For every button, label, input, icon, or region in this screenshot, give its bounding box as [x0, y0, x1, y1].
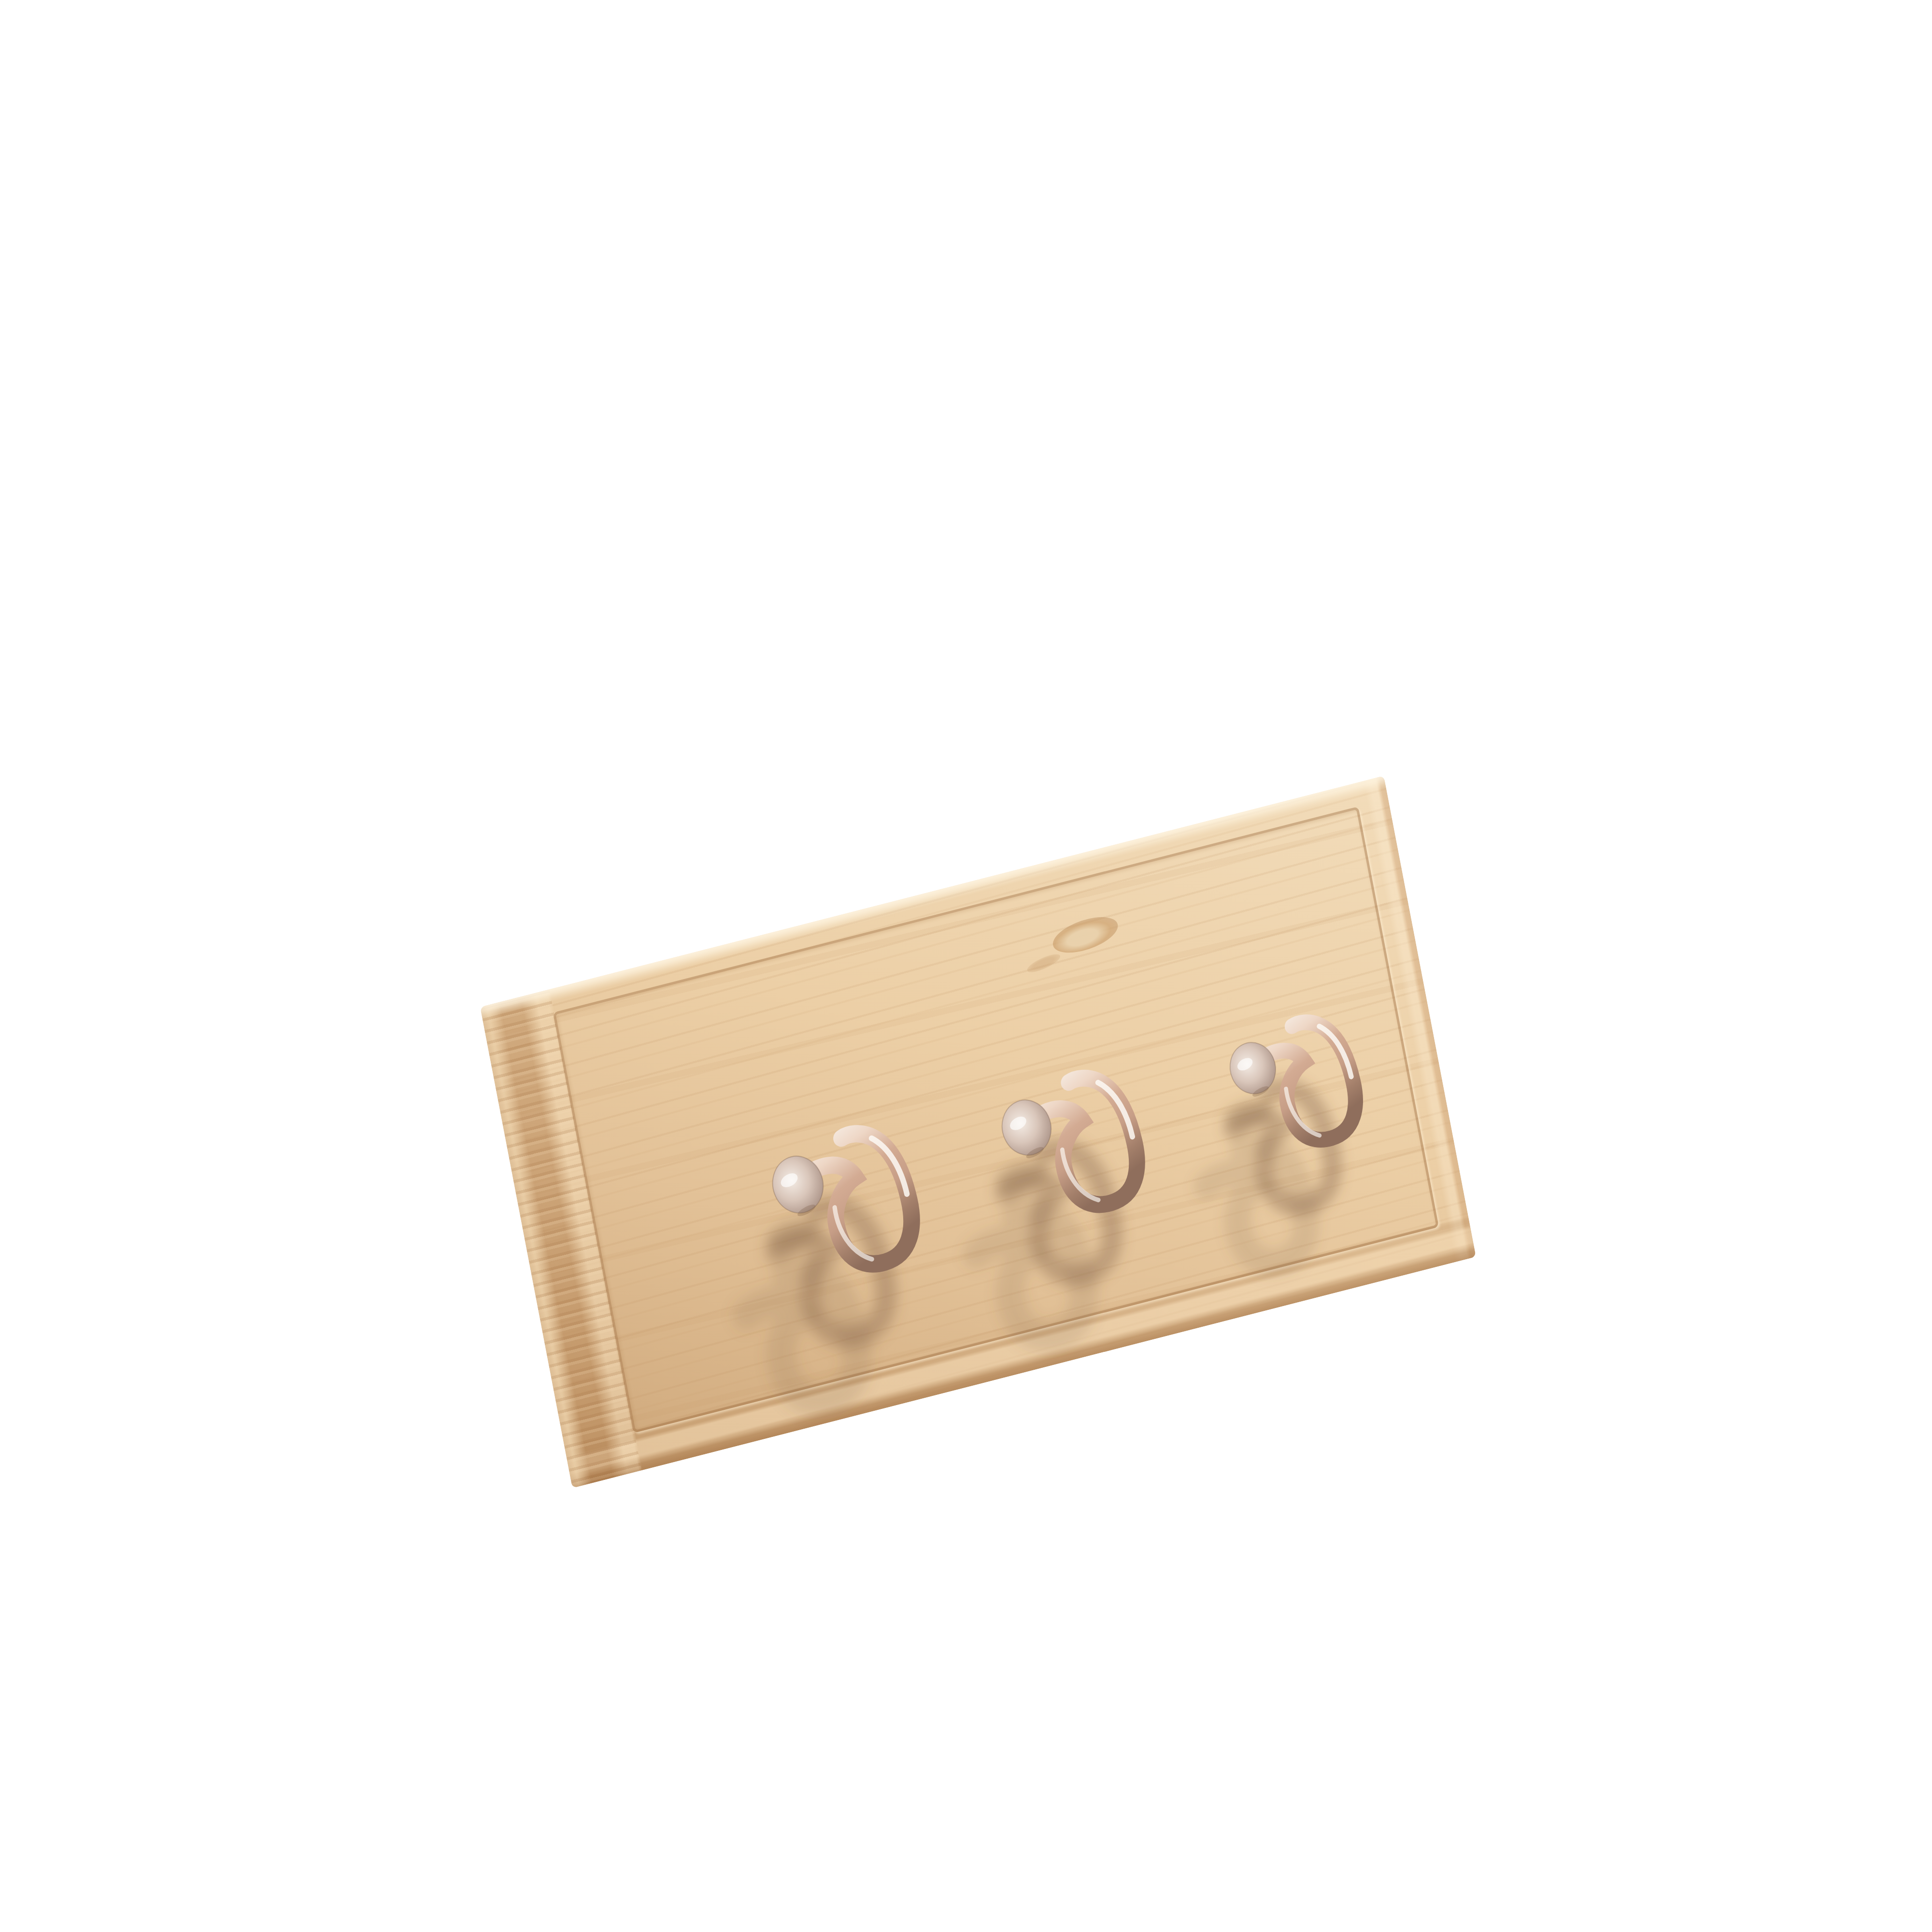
- key-rack-board: [480, 776, 1476, 1488]
- photo-background: [0, 0, 1932, 1932]
